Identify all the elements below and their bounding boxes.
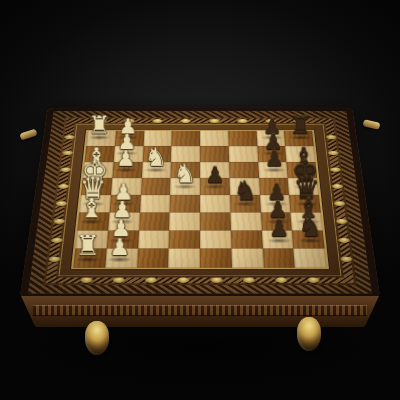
board-foot-front-right — [297, 317, 321, 351]
brass-stud — [275, 278, 287, 283]
front-carved-band — [33, 305, 367, 316]
brass-stud — [243, 278, 255, 283]
brass-stud — [340, 257, 352, 262]
brass-stud — [113, 278, 125, 283]
brass-stud — [209, 119, 219, 123]
brass-stud — [53, 219, 65, 224]
brass-stud — [338, 238, 350, 243]
brass-stud — [152, 119, 162, 123]
brass-stud — [50, 238, 62, 243]
brass-stud — [64, 135, 75, 139]
brass-stud — [210, 278, 222, 283]
brass-stud — [329, 167, 340, 171]
piece-white-knight-f3[interactable]: ♞ — [140, 137, 171, 169]
brass-stud — [333, 201, 345, 206]
piece-white-pawn-f2[interactable]: ♟ — [110, 137, 141, 169]
brass-stud — [62, 151, 73, 155]
piece-white-rook-a1[interactable]: ♜ — [71, 224, 105, 259]
brass-stud — [181, 119, 191, 123]
piece-white-knight-e4[interactable]: ♞ — [169, 154, 201, 187]
brass-stud — [57, 184, 68, 189]
brass-stud — [265, 119, 276, 123]
brass-stud — [237, 119, 247, 123]
brass-stud — [331, 184, 342, 189]
board-front-face — [21, 296, 379, 327]
chess-board: ♜♝♛♚♝♜♟♟♟♟♟♟♟♞♞♟♞♟♟♟♟♟♟♞♝♛♚♝♜ — [20, 108, 380, 299]
brass-stud — [124, 119, 135, 123]
brass-stud — [178, 278, 190, 283]
brass-handle-right — [362, 119, 380, 130]
piece-black-pawn-e5[interactable]: ♟ — [199, 154, 231, 187]
brass-stud — [59, 167, 70, 171]
brass-stud — [327, 151, 338, 155]
piece-black-knight-b8[interactable]: ♞ — [293, 206, 326, 240]
brass-stud — [80, 278, 92, 283]
piece-black-pawn-b7[interactable]: ♟ — [262, 206, 295, 240]
brass-stud — [308, 278, 320, 283]
piece-black-pawn-f7[interactable]: ♟ — [258, 137, 289, 169]
brass-stud — [55, 201, 67, 206]
photo-background: { "game": "chess", "scene_label": "carve… — [0, 0, 400, 400]
brass-stud — [96, 119, 107, 123]
brass-stud — [335, 219, 347, 224]
piece-black-knight-d6[interactable]: ♞ — [230, 170, 262, 203]
pieces-layer: ♜♝♛♚♝♜♟♟♟♟♟♟♟♞♞♟♞♟♟♟♟♟♟♞♝♛♚♝♜ — [71, 130, 329, 269]
piece-white-bishop-c1[interactable]: ♝ — [75, 188, 108, 222]
board-foot-front-left — [85, 321, 109, 355]
brass-stud — [325, 135, 336, 139]
piece-white-pawn-a2[interactable]: ♟ — [103, 224, 137, 259]
brass-stud — [48, 257, 60, 262]
brass-stud — [145, 278, 157, 283]
